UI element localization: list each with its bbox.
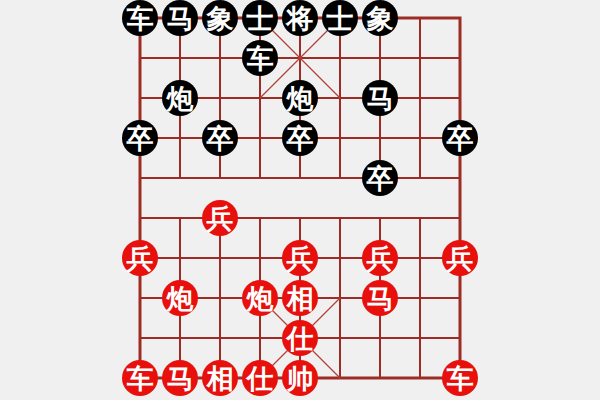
piece-black-soldier[interactable]: 卒	[122, 120, 158, 156]
piece-black-elephant[interactable]: 象	[202, 0, 238, 36]
piece-black-horse[interactable]: 马	[362, 80, 398, 116]
piece-red-elephant[interactable]: 相	[202, 360, 238, 396]
marker-corner	[225, 240, 238, 253]
marker-corner	[385, 143, 398, 156]
piece-black-advisor[interactable]: 士	[242, 0, 278, 36]
piece-black-cannon[interactable]: 炮	[162, 80, 198, 116]
piece-red-elephant[interactable]: 相	[282, 280, 318, 316]
marker-corner	[385, 120, 398, 133]
piece-black-elephant[interactable]: 象	[362, 0, 398, 36]
piece-black-advisor[interactable]: 士	[322, 0, 358, 36]
piece-black-general[interactable]: 将	[282, 0, 318, 36]
marker-corner	[402, 280, 415, 293]
piece-red-cannon[interactable]: 炮	[242, 280, 278, 316]
marker-corner	[202, 263, 215, 276]
piece-black-soldier[interactable]: 卒	[202, 120, 238, 156]
piece-black-chariot[interactable]: 车	[242, 40, 278, 76]
last-move-marker	[202, 240, 238, 276]
marker-corner	[225, 263, 238, 276]
piece-black-cannon[interactable]: 炮	[282, 80, 318, 116]
piece-red-advisor[interactable]: 仕	[282, 320, 318, 356]
piece-red-soldier[interactable]: 兵	[282, 240, 318, 276]
marker-corner	[425, 80, 438, 93]
piece-black-soldier[interactable]: 卒	[442, 120, 478, 156]
marker-corner	[402, 103, 415, 116]
piece-red-soldier[interactable]: 兵	[362, 240, 398, 276]
piece-black-soldier[interactable]: 卒	[362, 160, 398, 196]
marker-corner	[362, 143, 375, 156]
marker-corner	[362, 120, 375, 133]
piece-red-horse[interactable]: 马	[362, 280, 398, 316]
piece-black-soldier[interactable]: 卒	[282, 120, 318, 156]
piece-red-general[interactable]: 帅	[282, 360, 318, 396]
piece-red-cannon[interactable]: 炮	[162, 280, 198, 316]
marker-corner	[402, 303, 415, 316]
last-move-marker	[362, 120, 398, 156]
last-move-marker	[402, 280, 438, 316]
last-move-marker	[402, 80, 438, 116]
piece-red-chariot[interactable]: 车	[442, 360, 478, 396]
piece-red-soldier[interactable]: 兵	[442, 240, 478, 276]
marker-corner	[425, 280, 438, 293]
piece-red-advisor[interactable]: 仕	[242, 360, 278, 396]
piece-black-chariot[interactable]: 车	[122, 0, 158, 36]
piece-red-soldier[interactable]: 兵	[202, 200, 238, 236]
piece-red-soldier[interactable]: 兵	[122, 240, 158, 276]
piece-black-horse[interactable]: 马	[162, 0, 198, 36]
marker-corner	[402, 80, 415, 93]
xiangqi-board: 车马象士将士象车炮炮马卒卒卒卒卒兵兵兵兵兵炮炮相马仕车马相仕帅车	[0, 0, 600, 400]
marker-corner	[425, 103, 438, 116]
piece-red-chariot[interactable]: 车	[122, 360, 158, 396]
marker-corner	[425, 303, 438, 316]
marker-corner	[202, 240, 215, 253]
piece-red-horse[interactable]: 马	[162, 360, 198, 396]
piece-grid: 车马象士将士象车炮炮马卒卒卒卒卒兵兵兵兵兵炮炮相马仕车马相仕帅车	[120, 0, 480, 398]
